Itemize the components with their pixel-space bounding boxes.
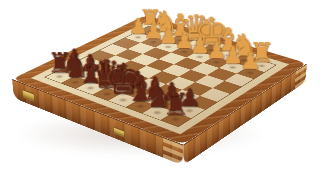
brass-hinge-icon xyxy=(113,126,125,137)
scene: ♜♞♝♛♚♝♞♜♟♟♟♟♟♟♟♟♟♟♟♟♟♟♟♟♜♞♝♛♚♝♞♜ xyxy=(0,0,320,169)
board-frame: ♜♞♝♛♚♝♞♜♟♟♟♟♟♟♟♟♟♟♟♟♟♟♟♟♜♞♝♛♚♝♞♜ xyxy=(12,15,307,145)
folding-chess-box: ♜♞♝♛♚♝♞♜♟♟♟♟♟♟♟♟♟♟♟♟♟♟♟♟♜♞♝♛♚♝♞♜ xyxy=(12,15,307,145)
piece-white-pawn[interactable]: ♟ xyxy=(230,30,270,72)
piece-black-rook[interactable]: ♜ xyxy=(154,73,198,119)
brass-clasp-icon xyxy=(22,89,35,102)
product-photo: ♜♞♝♛♚♝♞♜♟♟♟♟♟♟♟♟♟♟♟♟♟♟♟♟♜♞♝♛♚♝♞♜ xyxy=(0,0,320,169)
